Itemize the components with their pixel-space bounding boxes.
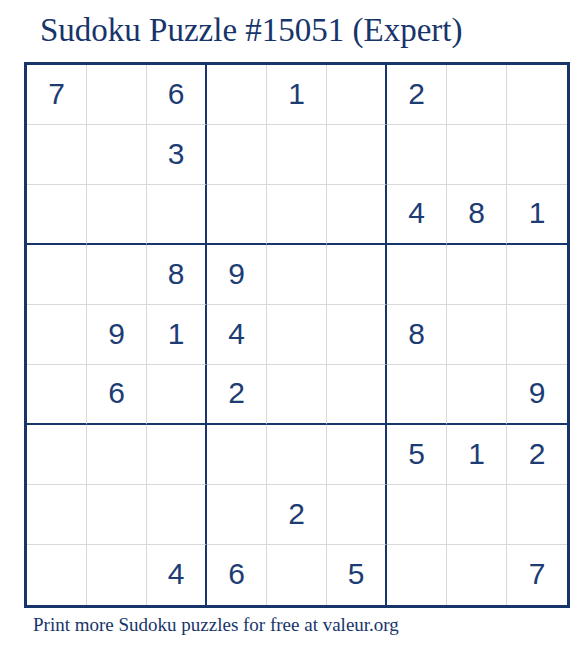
cell-r6c5[interactable]	[267, 365, 327, 425]
cell-r6c3[interactable]	[147, 365, 207, 425]
cell-r5c3: 1	[147, 305, 207, 365]
cell-r1c1: 7	[27, 65, 87, 125]
sudoku-grid: 7612348189914862951224657	[24, 62, 570, 608]
cell-r3c3[interactable]	[147, 185, 207, 245]
cell-r8c2[interactable]	[87, 485, 147, 545]
cell-r2c5[interactable]	[267, 125, 327, 185]
given-digit: 4	[228, 319, 245, 349]
cell-r3c2[interactable]	[87, 185, 147, 245]
cell-r9c1[interactable]	[27, 545, 87, 605]
cell-r2c9[interactable]	[507, 125, 567, 185]
given-digit: 2	[228, 378, 245, 408]
given-digit: 6	[108, 378, 125, 408]
cell-r6c4: 2	[207, 365, 267, 425]
given-digit: 6	[228, 559, 245, 589]
cell-r9c4: 6	[207, 545, 267, 605]
cell-r6c8[interactable]	[447, 365, 507, 425]
cell-r7c5[interactable]	[267, 425, 327, 485]
cell-r9c3: 4	[147, 545, 207, 605]
given-digit: 9	[108, 319, 125, 349]
cell-r2c6[interactable]	[327, 125, 387, 185]
cell-r7c8: 1	[447, 425, 507, 485]
cell-r8c8[interactable]	[447, 485, 507, 545]
cell-r5c5[interactable]	[267, 305, 327, 365]
cell-r4c6[interactable]	[327, 245, 387, 305]
given-digit: 8	[168, 259, 185, 289]
cell-r4c3: 8	[147, 245, 207, 305]
cell-r7c9: 2	[507, 425, 567, 485]
cell-r6c1[interactable]	[27, 365, 87, 425]
given-digit: 2	[408, 79, 425, 109]
given-digit: 1	[288, 79, 305, 109]
given-digit: 3	[168, 139, 185, 169]
cell-r6c9: 9	[507, 365, 567, 425]
given-digit: 9	[228, 259, 245, 289]
cell-r5c1[interactable]	[27, 305, 87, 365]
cell-r5c2: 9	[87, 305, 147, 365]
cell-r3c7: 4	[387, 185, 447, 245]
cell-r3c4[interactable]	[207, 185, 267, 245]
cell-r1c3: 6	[147, 65, 207, 125]
cell-r1c2[interactable]	[87, 65, 147, 125]
given-digit: 4	[408, 198, 425, 228]
given-digit: 1	[468, 439, 485, 469]
cell-r4c8[interactable]	[447, 245, 507, 305]
cell-r8c3[interactable]	[147, 485, 207, 545]
cell-r2c8[interactable]	[447, 125, 507, 185]
cell-r1c9[interactable]	[507, 65, 567, 125]
cell-r4c2[interactable]	[87, 245, 147, 305]
given-digit: 2	[529, 439, 546, 469]
cell-r3c1[interactable]	[27, 185, 87, 245]
cell-r8c4[interactable]	[207, 485, 267, 545]
cell-r1c7: 2	[387, 65, 447, 125]
cell-r4c9[interactable]	[507, 245, 567, 305]
given-digit: 8	[468, 198, 485, 228]
cell-r8c6[interactable]	[327, 485, 387, 545]
cell-r8c5: 2	[267, 485, 327, 545]
cell-r3c6[interactable]	[327, 185, 387, 245]
given-digit: 1	[529, 198, 546, 228]
cell-r4c1[interactable]	[27, 245, 87, 305]
given-digit: 1	[168, 319, 185, 349]
given-digit: 2	[288, 499, 305, 529]
cell-r1c5: 1	[267, 65, 327, 125]
cell-r6c6[interactable]	[327, 365, 387, 425]
cell-r1c4[interactable]	[207, 65, 267, 125]
cell-r9c2[interactable]	[87, 545, 147, 605]
cell-r7c2[interactable]	[87, 425, 147, 485]
given-digit: 5	[348, 559, 365, 589]
cell-r5c6[interactable]	[327, 305, 387, 365]
puzzle-title: Sudoku Puzzle #15051 (Expert)	[40, 10, 463, 51]
cell-r2c3: 3	[147, 125, 207, 185]
cell-r4c7[interactable]	[387, 245, 447, 305]
cell-r8c1[interactable]	[27, 485, 87, 545]
cell-r9c6: 5	[327, 545, 387, 605]
footer-credit: Print more Sudoku puzzles for free at va…	[33, 613, 399, 638]
given-digit: 7	[529, 559, 546, 589]
cell-r4c5[interactable]	[267, 245, 327, 305]
cell-r1c8[interactable]	[447, 65, 507, 125]
cell-r8c9[interactable]	[507, 485, 567, 545]
cell-r4c4: 9	[207, 245, 267, 305]
given-digit: 5	[408, 439, 425, 469]
cell-r2c2[interactable]	[87, 125, 147, 185]
cell-r7c1[interactable]	[27, 425, 87, 485]
cell-r2c1[interactable]	[27, 125, 87, 185]
cell-r7c6[interactable]	[327, 425, 387, 485]
given-digit: 7	[48, 79, 65, 109]
cell-r6c7[interactable]	[387, 365, 447, 425]
given-digit: 6	[168, 79, 185, 109]
cell-r2c4[interactable]	[207, 125, 267, 185]
cell-r2c7[interactable]	[387, 125, 447, 185]
cell-r9c7[interactable]	[387, 545, 447, 605]
cell-r7c4[interactable]	[207, 425, 267, 485]
cell-r3c9: 1	[507, 185, 567, 245]
cell-r5c4: 4	[207, 305, 267, 365]
cell-r5c7: 8	[387, 305, 447, 365]
cell-r1c6[interactable]	[327, 65, 387, 125]
cell-r9c8[interactable]	[447, 545, 507, 605]
cell-r8c7[interactable]	[387, 485, 447, 545]
given-digit: 9	[529, 378, 546, 408]
cell-r7c7: 5	[387, 425, 447, 485]
given-digit: 4	[168, 559, 185, 589]
given-digit: 8	[408, 319, 425, 349]
cell-r9c5[interactable]	[267, 545, 327, 605]
cell-r9c9: 7	[507, 545, 567, 605]
cell-r3c8: 8	[447, 185, 507, 245]
cell-r6c2: 6	[87, 365, 147, 425]
cell-r5c9[interactable]	[507, 305, 567, 365]
cell-r7c3[interactable]	[147, 425, 207, 485]
cell-r5c8[interactable]	[447, 305, 507, 365]
cell-r3c5[interactable]	[267, 185, 327, 245]
